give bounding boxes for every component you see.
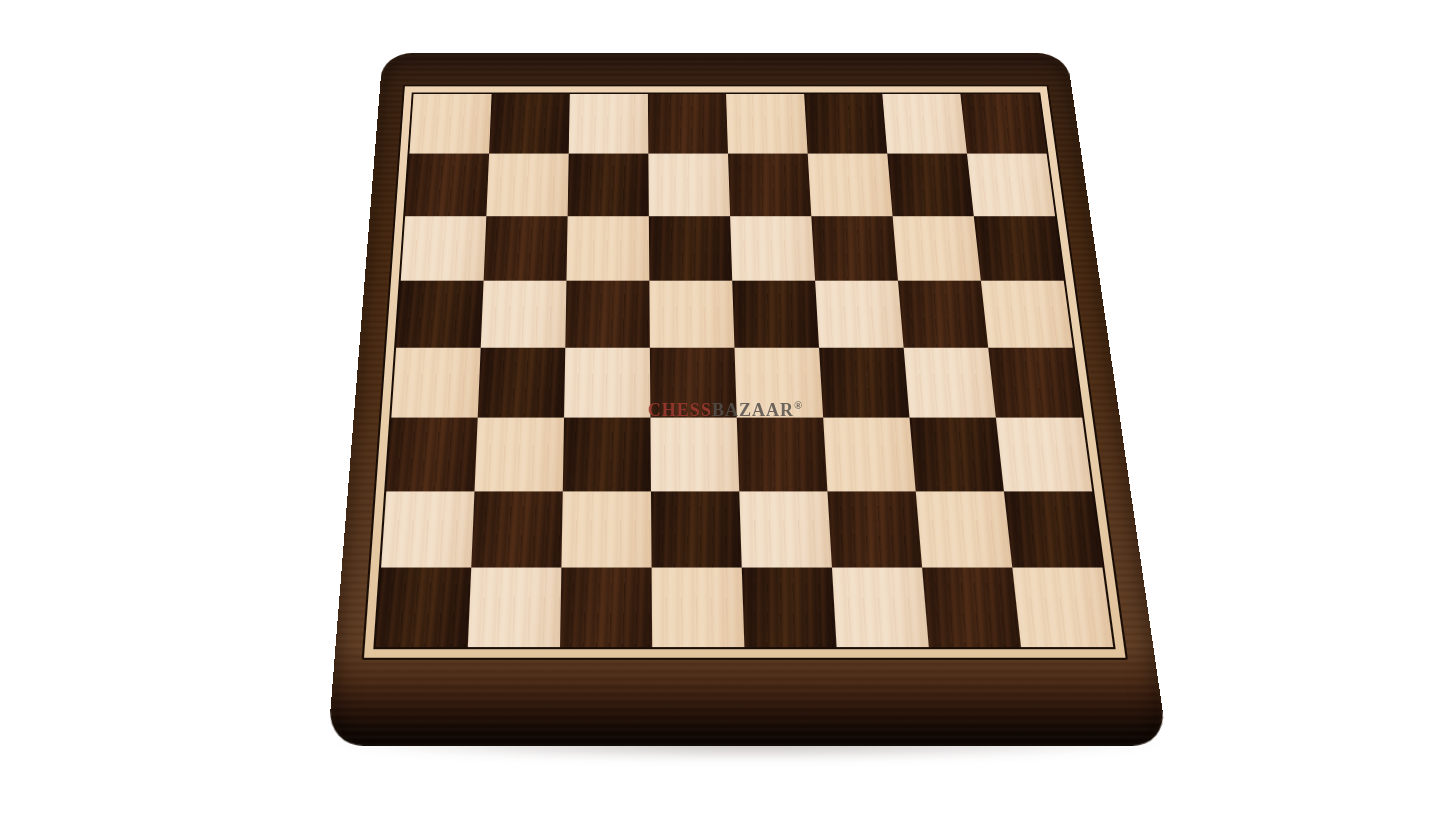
square-a6 [401, 216, 487, 281]
square-c6 [566, 216, 649, 281]
watermark-text-chess: CHESS [648, 400, 712, 420]
square-b6 [484, 216, 568, 281]
square-e1 [742, 567, 837, 647]
square-g1 [922, 567, 1021, 647]
square-g7 [887, 154, 973, 216]
square-a8 [409, 94, 491, 154]
square-a3 [386, 418, 477, 491]
product-photo: CHESSBAZAAR® [0, 0, 1445, 813]
board-grid [376, 94, 1114, 647]
square-b8 [489, 94, 570, 154]
square-a7 [405, 154, 489, 216]
square-d1 [652, 567, 745, 647]
square-a5 [396, 280, 483, 347]
square-b2 [471, 491, 563, 567]
square-e7 [728, 154, 811, 216]
square-f1 [832, 567, 929, 647]
square-e3 [737, 418, 828, 491]
square-c2 [561, 491, 651, 567]
square-h6 [974, 216, 1064, 281]
square-h7 [967, 154, 1055, 216]
square-b1 [468, 567, 562, 647]
square-d6 [649, 216, 732, 281]
square-c7 [568, 154, 649, 216]
square-e8 [726, 94, 808, 154]
square-h1 [1012, 567, 1113, 647]
square-g4 [904, 348, 996, 418]
square-c3 [563, 418, 651, 491]
square-d3 [650, 418, 739, 491]
square-d2 [651, 491, 742, 567]
square-f6 [811, 216, 898, 281]
square-d5 [649, 280, 734, 347]
square-d8 [648, 94, 728, 154]
square-c8 [569, 94, 649, 154]
square-f2 [827, 491, 922, 567]
square-b4 [478, 348, 566, 418]
square-g8 [882, 94, 967, 154]
square-f7 [808, 154, 893, 216]
square-d7 [648, 154, 730, 216]
square-f3 [823, 418, 916, 491]
square-h5 [981, 280, 1073, 347]
square-h3 [996, 418, 1092, 491]
watermark-text-bazaar: BAZAAR [712, 400, 794, 420]
watermark: CHESSBAZAAR® [600, 393, 850, 422]
square-b3 [475, 418, 565, 491]
square-h2 [1004, 491, 1103, 567]
square-b7 [486, 154, 568, 216]
square-e2 [739, 491, 832, 567]
square-f5 [815, 280, 904, 347]
square-e6 [730, 216, 815, 281]
registered-mark: ® [794, 399, 802, 411]
square-g6 [893, 216, 981, 281]
square-e5 [732, 280, 819, 347]
square-a1 [376, 567, 472, 647]
square-h8 [960, 94, 1046, 154]
square-a2 [381, 491, 474, 567]
square-g5 [898, 280, 988, 347]
square-a4 [391, 348, 480, 418]
square-g3 [910, 418, 1004, 491]
square-b5 [481, 280, 567, 347]
square-c5 [565, 280, 650, 347]
square-h4 [988, 348, 1082, 418]
square-f8 [804, 94, 887, 154]
square-g2 [916, 491, 1013, 567]
square-c1 [560, 567, 652, 647]
